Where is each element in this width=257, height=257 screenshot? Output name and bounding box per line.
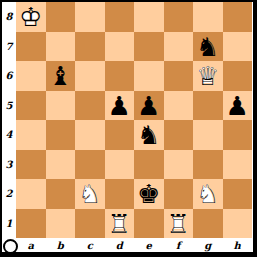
square-c7[interactable] [75,32,105,62]
square-c1[interactable] [75,209,105,239]
rank-label-7: 7 [2,32,16,62]
square-b8[interactable] [46,2,76,32]
square-e6[interactable] [134,61,164,91]
square-f3[interactable] [164,150,194,180]
square-b5[interactable] [46,91,76,121]
square-g2[interactable]: ♞♘ [193,179,223,209]
square-a6[interactable] [16,61,46,91]
rank-label-1: 1 [2,209,16,239]
file-label-h: h [223,239,253,252]
square-a3[interactable] [16,150,46,180]
square-c3[interactable] [75,150,105,180]
file-label-e: e [134,239,164,252]
chess-diagram: ♚♔♞♝♛♕♟♟♟♞♞♘♚♞♘♜♖♜♖ 87654321abcdefgh [0,0,257,257]
piece-white-king-a8: ♚♔ [16,2,46,32]
piece-black-king-e2: ♚ [134,179,164,209]
side-to-move-indicator [3,239,18,254]
piece-black-pawn-e5: ♟ [134,91,164,121]
square-h6[interactable] [223,61,253,91]
piece-white-queen-g6: ♛♕ [193,61,223,91]
square-f4[interactable] [164,120,194,150]
square-e3[interactable] [134,150,164,180]
square-e8[interactable] [134,2,164,32]
square-h4[interactable] [223,120,253,150]
square-d4[interactable] [105,120,135,150]
square-b1[interactable] [46,209,76,239]
square-d3[interactable] [105,150,135,180]
square-g6[interactable]: ♛♕ [193,61,223,91]
square-h2[interactable] [223,179,253,209]
square-h8[interactable] [223,2,253,32]
file-label-d: d [105,239,135,252]
square-d6[interactable] [105,61,135,91]
piece-white-rook-f1: ♜♖ [164,209,194,239]
piece-black-bishop-b6: ♝ [46,61,76,91]
square-b2[interactable] [46,179,76,209]
rank-label-6: 6 [2,61,16,91]
square-a4[interactable] [16,120,46,150]
square-d2[interactable] [105,179,135,209]
rank-label-5: 5 [2,91,16,121]
square-g4[interactable] [193,120,223,150]
piece-black-pawn-d5: ♟ [105,91,135,121]
square-f1[interactable]: ♜♖ [164,209,194,239]
square-d8[interactable] [105,2,135,32]
square-h3[interactable] [223,150,253,180]
square-b6[interactable]: ♝ [46,61,76,91]
square-g7[interactable]: ♞ [193,32,223,62]
square-e2[interactable]: ♚ [134,179,164,209]
square-h1[interactable] [223,209,253,239]
square-d1[interactable]: ♜♖ [105,209,135,239]
square-a1[interactable] [16,209,46,239]
square-h5[interactable]: ♟ [223,91,253,121]
square-a8[interactable]: ♚♔ [16,2,46,32]
square-a5[interactable] [16,91,46,121]
square-a7[interactable] [16,32,46,62]
square-f5[interactable] [164,91,194,121]
square-e4[interactable]: ♞ [134,120,164,150]
file-label-g: g [193,239,223,252]
piece-white-knight-c2: ♞♘ [75,179,105,209]
piece-white-rook-d1: ♜♖ [105,209,135,239]
rank-label-3: 3 [2,150,16,180]
file-label-a: a [16,239,46,252]
rank-label-4: 4 [2,120,16,150]
file-label-f: f [164,239,194,252]
square-f2[interactable] [164,179,194,209]
square-g8[interactable] [193,2,223,32]
square-d5[interactable]: ♟ [105,91,135,121]
square-e7[interactable] [134,32,164,62]
square-g3[interactable] [193,150,223,180]
rank-label-8: 8 [2,2,16,32]
square-e5[interactable]: ♟ [134,91,164,121]
square-c8[interactable] [75,2,105,32]
piece-white-knight-g2: ♞♘ [193,179,223,209]
rank-label-2: 2 [2,179,16,209]
square-f6[interactable] [164,61,194,91]
square-a2[interactable] [16,179,46,209]
chess-board: ♚♔♞♝♛♕♟♟♟♞♞♘♚♞♘♜♖♜♖ [16,2,252,238]
square-h7[interactable] [223,32,253,62]
square-c6[interactable] [75,61,105,91]
diagram-inner: ♚♔♞♝♛♕♟♟♟♞♞♘♚♞♘♜♖♜♖ 87654321abcdefgh [2,2,253,252]
square-f8[interactable] [164,2,194,32]
square-c4[interactable] [75,120,105,150]
piece-black-pawn-h5: ♟ [223,91,253,121]
piece-black-knight-g7: ♞ [193,32,223,62]
square-f7[interactable] [164,32,194,62]
square-g5[interactable] [193,91,223,121]
square-b3[interactable] [46,150,76,180]
file-label-c: c [75,239,105,252]
square-d7[interactable] [105,32,135,62]
square-c2[interactable]: ♞♘ [75,179,105,209]
file-label-b: b [46,239,76,252]
square-c5[interactable] [75,91,105,121]
square-b4[interactable] [46,120,76,150]
square-e1[interactable] [134,209,164,239]
square-b7[interactable] [46,32,76,62]
square-g1[interactable] [193,209,223,239]
piece-black-knight-e4: ♞ [134,120,164,150]
